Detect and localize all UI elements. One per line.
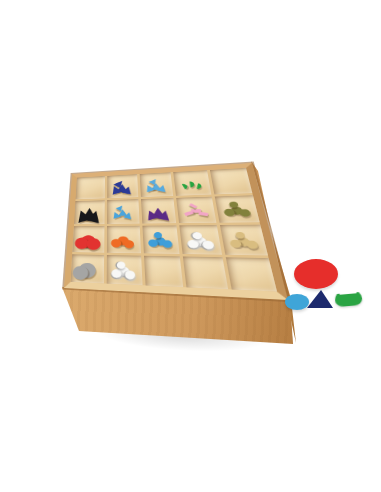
circle-symbol-icon[interactable]: ●: [223, 211, 234, 214]
compartment-r2c2[interactable]: ▲▲▲▲: [107, 199, 139, 224]
circle-symbol-icon[interactable]: ●: [235, 233, 244, 238]
compartment-r2c4[interactable]: ▬▬▬▬: [176, 196, 216, 223]
circle-symbol-icon[interactable]: ●: [148, 241, 158, 244]
pile-gray-circles[interactable]: ●●: [71, 254, 104, 284]
wooden-box-top-opening: ▲▲▲▲▲▲▲▲◗◗◗▲▲▲▲▲▲▲▲▲▲▬▬▬▬●●●●●●●●●●●●●●●…: [64, 163, 288, 300]
dark-blue-triangle[interactable]: [307, 290, 333, 308]
compartment-r1c5[interactable]: [210, 168, 252, 194]
pile-green-crescents[interactable]: ◗◗◗: [174, 170, 212, 195]
pile-light-blue-triangles[interactable]: ▲▲▲▲: [139, 172, 173, 197]
compartment-r4c1[interactable]: ●●: [71, 254, 104, 284]
red-circle[interactable]: [294, 259, 338, 289]
triangle-symbol-icon[interactable]: ▲: [145, 186, 153, 189]
bar-symbol-icon[interactable]: ▬: [183, 212, 193, 215]
compartment-r3c5[interactable]: ●●●●: [220, 225, 268, 255]
compartment-r4c4[interactable]: [183, 256, 228, 289]
triangle-symbol-icon[interactable]: ▲: [112, 213, 119, 215]
pile-purple-triangles[interactable]: ▲▲▲: [141, 198, 177, 224]
compartment-r4c5[interactable]: [226, 257, 277, 292]
circle-symbol-icon[interactable]: ●: [202, 242, 215, 245]
triangle-symbol-icon[interactable]: ▲: [88, 214, 101, 217]
crescent-symbol-icon[interactable]: ◗: [182, 185, 187, 187]
triangle-symbol-icon[interactable]: ▲: [117, 181, 124, 185]
circle-symbol-icon[interactable]: ●: [125, 273, 136, 276]
circle-symbol-icon[interactable]: ●: [111, 271, 122, 274]
compartment-grid: ▲▲▲▲▲▲▲▲◗◗◗▲▲▲▲▲▲▲▲▲▲▬▬▬▬●●●●●●●●●●●●●●●…: [71, 168, 277, 292]
compartment-r1c3[interactable]: ▲▲▲▲: [139, 172, 173, 197]
pile-dark-blue-triangles[interactable]: ▲▲▲▲: [107, 174, 138, 198]
triangle-symbol-icon[interactable]: ▲: [159, 213, 171, 215]
triangle-symbol-icon[interactable]: ▲: [151, 180, 157, 183]
compartment-r3c3[interactable]: ●●●●: [142, 225, 180, 253]
triangle-symbol-icon[interactable]: ▲: [118, 206, 123, 209]
compartment-r3c2[interactable]: ●●●: [107, 226, 141, 253]
pile-pink-bars[interactable]: ▬▬▬▬: [176, 196, 216, 223]
triangle-symbol-icon[interactable]: ▲: [125, 214, 133, 216]
compartment-r1c4[interactable]: ◗◗◗: [174, 170, 212, 195]
pile-gold-circles[interactable]: ●●●●: [220, 225, 268, 255]
circle-symbol-icon[interactable]: ●: [72, 269, 89, 274]
circle-symbol-icon[interactable]: ●: [245, 243, 258, 246]
triangle-symbol-icon[interactable]: ▲: [123, 188, 132, 190]
triangle-symbol-icon[interactable]: ▲: [145, 212, 156, 215]
circle-symbol-icon[interactable]: ●: [118, 262, 126, 267]
compartment-r2c1[interactable]: ▲▲▲: [74, 200, 105, 224]
compartment-r3c1[interactable]: ●●●: [72, 226, 104, 252]
crescent-symbol-icon[interactable]: ◗: [196, 186, 201, 187]
compartment-r2c5[interactable]: ●●●●: [215, 195, 260, 223]
circle-symbol-icon[interactable]: ●: [193, 233, 202, 238]
pile-red-circles[interactable]: ●●●: [72, 226, 104, 252]
circle-symbol-icon[interactable]: ●: [154, 233, 162, 237]
light-blue-circle[interactable]: [285, 294, 309, 310]
compartment-r1c1[interactable]: [76, 176, 105, 199]
circle-symbol-icon[interactable]: ●: [124, 242, 135, 245]
compartment-r2c3[interactable]: ▲▲▲: [141, 198, 177, 224]
circle-symbol-icon[interactable]: ●: [229, 242, 240, 245]
circle-symbol-icon[interactable]: ●: [162, 242, 173, 245]
bar-symbol-icon[interactable]: ▬: [189, 204, 197, 208]
pile-white-symbols[interactable]: ●●●●: [180, 225, 222, 254]
compartment-r3c4[interactable]: ●●●●: [180, 225, 222, 254]
compartment-r4c2[interactable]: ●●●●: [106, 255, 142, 286]
triangle-symbol-icon[interactable]: ▲: [158, 187, 167, 188]
circle-symbol-icon[interactable]: ●: [229, 203, 238, 207]
compartment-r4c3[interactable]: [144, 255, 184, 287]
pile-olive-circles[interactable]: ●●●●: [215, 195, 260, 223]
pile-sky-blue-triangles[interactable]: ▲▲▲▲: [107, 199, 139, 224]
pile-white-symbols[interactable]: ●●●●: [106, 255, 142, 286]
circle-symbol-icon[interactable]: ●: [110, 241, 121, 244]
pile-orange-circles[interactable]: ●●●: [107, 226, 141, 253]
green-crescent[interactable]: [334, 290, 362, 307]
circle-symbol-icon[interactable]: ●: [87, 241, 102, 245]
bar-symbol-icon[interactable]: ▬: [198, 213, 209, 215]
circle-symbol-icon[interactable]: ●: [239, 212, 251, 214]
compartment-r1c2[interactable]: ▲▲▲▲: [107, 174, 138, 198]
pile-black-triangles[interactable]: ▲▲▲: [74, 200, 105, 224]
product-photo-stage: ▲▲▲▲▲▲▲▲◗◗◗▲▲▲▲▲▲▲▲▲▲▬▬▬▬●●●●●●●●●●●●●●●…: [0, 0, 381, 492]
pile-blue-circles[interactable]: ●●●●: [142, 225, 180, 253]
circle-symbol-icon[interactable]: ●: [187, 241, 198, 244]
